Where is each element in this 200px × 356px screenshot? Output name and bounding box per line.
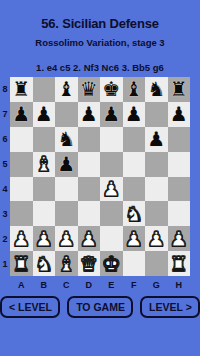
square-f1[interactable]: [123, 251, 146, 276]
black-rook-piece[interactable]: ♜: [12, 79, 30, 99]
file-label-a: A: [10, 278, 33, 292]
square-b3[interactable]: [33, 201, 56, 226]
square-f2[interactable]: ♟: [123, 226, 146, 251]
square-e6[interactable]: [100, 127, 123, 152]
black-pawn-piece[interactable]: ♟: [170, 104, 188, 124]
square-c7[interactable]: [55, 102, 78, 127]
square-a3[interactable]: [10, 201, 33, 226]
black-king-piece[interactable]: ♚: [102, 79, 120, 99]
square-c4[interactable]: [55, 177, 78, 202]
square-d8[interactable]: ♛: [78, 77, 101, 102]
square-g6[interactable]: ♟: [145, 127, 168, 152]
square-b4[interactable]: [33, 177, 56, 202]
rank-label-1: 1: [0, 251, 10, 276]
white-pawn-piece[interactable]: ♟: [57, 229, 75, 249]
file-label-e: E: [100, 278, 123, 292]
square-g4[interactable]: [145, 177, 168, 202]
square-d4[interactable]: [78, 177, 101, 202]
white-knight-piece[interactable]: ♞: [35, 254, 53, 274]
black-pawn-piece[interactable]: ♟: [57, 154, 75, 174]
square-f8[interactable]: ♝: [123, 77, 146, 102]
square-d6[interactable]: [78, 127, 101, 152]
square-e5[interactable]: [100, 152, 123, 177]
square-f3[interactable]: ♞: [123, 201, 146, 226]
file-label-f: F: [123, 278, 146, 292]
file-label-b: B: [33, 278, 56, 292]
rank-label-4: 4: [0, 177, 10, 202]
rank-label-8: 8: [0, 77, 10, 102]
black-pawn-piece[interactable]: ♟: [102, 104, 120, 124]
square-a5[interactable]: [10, 152, 33, 177]
square-a7[interactable]: ♟: [10, 102, 33, 127]
square-a8[interactable]: ♜: [10, 77, 33, 102]
square-h1[interactable]: ♜: [168, 251, 191, 276]
white-rook-piece[interactable]: ♜: [170, 254, 188, 274]
square-b5[interactable]: ♝: [33, 152, 56, 177]
rank-label-7: 7: [0, 102, 10, 127]
variation-subtitle: Rossolimo Variation, stage 3: [0, 37, 200, 48]
square-e8[interactable]: ♚: [100, 77, 123, 102]
square-e4[interactable]: ♟: [100, 177, 123, 202]
file-labels: ABCDEFGH: [10, 278, 190, 292]
square-d2[interactable]: ♟: [78, 226, 101, 251]
square-g3[interactable]: [145, 201, 168, 226]
square-d1[interactable]: ♛: [78, 251, 101, 276]
white-pawn-piece[interactable]: ♟: [35, 229, 53, 249]
prev-level-button[interactable]: < LEVEL: [0, 296, 60, 318]
button-bar: < LEVEL TO GAME LEVEL >: [0, 296, 200, 318]
square-b2[interactable]: ♟: [33, 226, 56, 251]
white-pawn-piece[interactable]: ♟: [125, 229, 143, 249]
square-h2[interactable]: ♟: [168, 226, 191, 251]
square-h8[interactable]: ♜: [168, 77, 191, 102]
square-h5[interactable]: [168, 152, 191, 177]
square-b8[interactable]: [33, 77, 56, 102]
white-pawn-piece[interactable]: ♟: [102, 179, 120, 199]
square-b6[interactable]: [33, 127, 56, 152]
square-e3[interactable]: [100, 201, 123, 226]
square-g7[interactable]: [145, 102, 168, 127]
square-b1[interactable]: ♞: [33, 251, 56, 276]
next-level-button[interactable]: LEVEL >: [140, 296, 200, 318]
square-f6[interactable]: [123, 127, 146, 152]
rank-label-3: 3: [0, 201, 10, 226]
square-a2[interactable]: ♟: [10, 226, 33, 251]
square-h6[interactable]: [168, 127, 191, 152]
square-c6[interactable]: ♞: [55, 127, 78, 152]
black-pawn-piece[interactable]: ♟: [147, 129, 165, 149]
black-rook-piece[interactable]: ♜: [170, 79, 188, 99]
square-d5[interactable]: [78, 152, 101, 177]
square-g1[interactable]: [145, 251, 168, 276]
square-e2[interactable]: [100, 226, 123, 251]
white-queen-piece[interactable]: ♛: [80, 254, 98, 274]
black-queen-piece[interactable]: ♛: [80, 79, 98, 99]
white-pawn-piece[interactable]: ♟: [12, 229, 30, 249]
square-b7[interactable]: ♟: [33, 102, 56, 127]
black-knight-piece[interactable]: ♞: [147, 79, 165, 99]
black-bishop-piece[interactable]: ♝: [125, 79, 143, 99]
square-g8[interactable]: ♞: [145, 77, 168, 102]
white-rook-piece[interactable]: ♜: [12, 254, 30, 274]
file-label-d: D: [78, 278, 101, 292]
square-h7[interactable]: ♟: [168, 102, 191, 127]
black-bishop-piece[interactable]: ♝: [57, 79, 75, 99]
square-g2[interactable]: ♟: [145, 226, 168, 251]
square-d3[interactable]: [78, 201, 101, 226]
white-pawn-piece[interactable]: ♟: [147, 229, 165, 249]
page-title: 56. Sicilian Defense: [0, 16, 200, 31]
rank-label-5: 5: [0, 152, 10, 177]
square-c2[interactable]: ♟: [55, 226, 78, 251]
rank-label-6: 6: [0, 127, 10, 152]
square-e1[interactable]: ♚: [100, 251, 123, 276]
white-king-piece[interactable]: ♚: [102, 254, 120, 274]
square-c5[interactable]: ♟: [55, 152, 78, 177]
black-pawn-piece[interactable]: ♟: [12, 104, 30, 124]
black-knight-piece[interactable]: ♞: [57, 129, 75, 149]
square-d7[interactable]: ♟: [78, 102, 101, 127]
white-pawn-piece[interactable]: ♟: [170, 229, 188, 249]
rank-labels: 87654321: [0, 77, 10, 276]
square-h3[interactable]: [168, 201, 191, 226]
file-label-h: H: [168, 278, 191, 292]
rank-label-2: 2: [0, 226, 10, 251]
square-a6[interactable]: [10, 127, 33, 152]
file-label-c: C: [55, 278, 78, 292]
move-list: 1. e4 c5 2. Nf3 Nc6 3. Bb5 g6: [0, 62, 200, 73]
white-bishop-piece[interactable]: ♝: [35, 154, 53, 174]
white-pawn-piece[interactable]: ♟: [80, 229, 98, 249]
square-c8[interactable]: ♝: [55, 77, 78, 102]
square-a1[interactable]: ♜: [10, 251, 33, 276]
square-e7[interactable]: ♟: [100, 102, 123, 127]
square-a4[interactable]: [10, 177, 33, 202]
to-game-button[interactable]: TO GAME: [67, 296, 133, 318]
square-c1[interactable]: ♝: [55, 251, 78, 276]
white-bishop-piece[interactable]: ♝: [57, 254, 75, 274]
square-f4[interactable]: [123, 177, 146, 202]
chess-board[interactable]: ♜♝♛♚♝♞♜♟♟♟♟♟♟♞♟♝♟♟♞♟♟♟♟♟♟♟♜♞♝♛♚♜: [10, 77, 190, 276]
black-pawn-piece[interactable]: ♟: [80, 104, 98, 124]
black-pawn-piece[interactable]: ♟: [125, 104, 143, 124]
black-pawn-piece[interactable]: ♟: [35, 104, 53, 124]
square-h4[interactable]: [168, 177, 191, 202]
square-c3[interactable]: [55, 201, 78, 226]
square-g5[interactable]: [145, 152, 168, 177]
board-area: 87654321 ♜♝♛♚♝♞♜♟♟♟♟♟♟♞♟♝♟♟♞♟♟♟♟♟♟♟♜♞♝♛♚…: [0, 77, 200, 276]
square-f7[interactable]: ♟: [123, 102, 146, 127]
file-label-g: G: [145, 278, 168, 292]
square-f5[interactable]: [123, 152, 146, 177]
white-knight-piece[interactable]: ♞: [125, 204, 143, 224]
header: 56. Sicilian Defense Rossolimo Variation…: [0, 0, 200, 73]
